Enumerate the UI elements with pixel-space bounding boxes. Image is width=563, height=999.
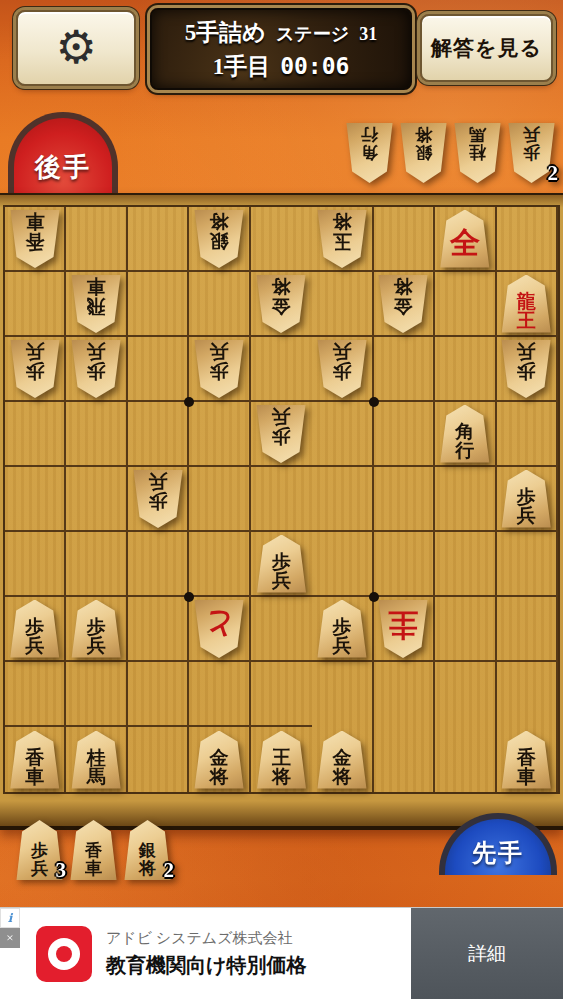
puzzle-info-row-bottom: 1手目 00:06 — [162, 51, 400, 82]
adobe-logo — [36, 926, 92, 982]
piece-kanji: 歩 — [210, 361, 229, 380]
puzzle-info-row-top: 5手詰め ステージ 31 — [162, 17, 400, 48]
board-cell[interactable]: 金将 — [374, 272, 435, 337]
board-cell[interactable] — [435, 727, 496, 792]
hand-piece-count: 2 — [164, 858, 175, 883]
piece-tile: 桂馬 — [454, 123, 501, 183]
piece-kanji: 兵 — [517, 506, 536, 525]
board-cell[interactable]: 歩兵 — [5, 337, 66, 402]
board-cell[interactable]: 香車 — [5, 207, 66, 272]
piece-kanji: 将 — [394, 277, 413, 296]
piece-tile: 龍王 — [501, 275, 551, 333]
piece-tile: 歩兵 — [10, 340, 60, 398]
show-answer-button[interactable]: 解答を見る — [420, 14, 553, 82]
piece-kanji: 将 — [210, 767, 229, 786]
board-cell[interactable] — [497, 662, 558, 727]
piece-kanji: 将 — [272, 767, 291, 786]
piece-tile: 歩兵 — [256, 405, 306, 463]
timer: 00:06 — [280, 53, 349, 79]
board-cell[interactable] — [66, 207, 127, 272]
piece-kanji: 兵 — [31, 860, 48, 877]
piece-tile: 角行 — [440, 405, 490, 463]
board-cell[interactable] — [374, 532, 435, 597]
board-cell[interactable] — [374, 727, 435, 792]
piece-tile: 歩兵 — [10, 600, 60, 658]
piece-kanji: 馬 — [87, 767, 106, 786]
piece-kinsho-gold[interactable]: 金将 — [378, 275, 428, 333]
board-cell[interactable] — [312, 272, 373, 337]
piece-kanji: 歩 — [87, 361, 106, 380]
piece-ginsho-silver[interactable]: 銀将 — [194, 210, 244, 268]
piece-tile: 歩兵 — [317, 340, 367, 398]
board-cell[interactable] — [251, 337, 312, 402]
piece-kanji: 兵 — [87, 342, 106, 361]
piece-kanji: 歩 — [332, 361, 351, 380]
piece-tile: 飛車 — [71, 275, 121, 333]
sente-label: 先手 — [472, 837, 524, 869]
board-cell[interactable] — [497, 402, 558, 467]
piece-tile: 桂馬 — [71, 731, 121, 789]
stage-number: 31 — [359, 24, 377, 45]
board-cell[interactable] — [374, 337, 435, 402]
board-cell[interactable]: 圭 — [374, 597, 435, 662]
ad-text-block: アドビ システムズ株式会社 教育機関向け特別価格 — [106, 929, 306, 979]
board-cell[interactable]: 金将 — [189, 727, 250, 792]
ad-advertiser: アドビ システムズ株式会社 — [106, 929, 306, 948]
piece-kanji: 全 — [450, 228, 480, 266]
piece-kanji: 銀 — [210, 231, 229, 250]
piece-kanji: 香 — [25, 231, 44, 250]
ad-banner: i × アドビ システムズ株式会社 教育機関向け特別価格 詳細 — [0, 907, 563, 999]
shogi-app: ⚙ 5手詰め ステージ 31 1手目 00:06 解答を見る 後手 角行銀将桂馬… — [0, 0, 563, 999]
board-cell[interactable]: 歩兵 — [497, 337, 558, 402]
piece-tile: 王将 — [256, 731, 306, 789]
gote-player-badge: 後手 — [8, 112, 118, 193]
piece-kanji: 玉 — [332, 231, 351, 250]
hand-piece-fuhyo-pawn[interactable]: 歩兵3 — [16, 820, 63, 880]
board-cell[interactable] — [312, 402, 373, 467]
board-cell[interactable]: 全 — [435, 207, 496, 272]
board-cell[interactable] — [435, 272, 496, 337]
piece-kanji: 歩 — [148, 491, 167, 510]
board-cell[interactable] — [251, 662, 312, 727]
board-cell[interactable]: 歩兵 — [66, 337, 127, 402]
board-cell[interactable] — [5, 272, 66, 337]
piece-kanji: 車 — [87, 277, 106, 296]
piece-kinsho-gold[interactable]: 金将 — [317, 731, 367, 789]
piece-kanji: 将 — [210, 212, 229, 231]
board-cell[interactable]: 金将 — [312, 727, 373, 792]
board-cell[interactable] — [189, 402, 250, 467]
board-cell[interactable] — [497, 207, 558, 272]
board-cell[interactable]: 歩兵 — [5, 597, 66, 662]
board-cell[interactable] — [435, 597, 496, 662]
board-cell[interactable] — [189, 532, 250, 597]
piece-kanji: 兵 — [272, 407, 291, 426]
board-cell[interactable] — [189, 662, 250, 727]
piece-fuhyo-pawn[interactable]: 歩兵 — [317, 600, 367, 658]
hand-piece-ginsho-silver[interactable]: 銀将 — [400, 123, 447, 183]
shogi-board-frame: 香車銀将玉将全飛車金将金将龍王歩兵歩兵歩兵歩兵歩兵歩兵角行歩兵歩兵歩兵歩兵歩兵と… — [0, 193, 563, 830]
board-cell[interactable]: 歩兵 — [128, 467, 189, 532]
piece-fuhyo-pawn[interactable]: 歩兵 — [501, 470, 551, 528]
piece-kanji: 角 — [361, 143, 378, 160]
piece-tile: 圭 — [378, 600, 428, 658]
piece-tile: 香車 — [10, 210, 60, 268]
piece-tile: 金将 — [317, 731, 367, 789]
hand-piece-ginsho-silver[interactable]: 銀将2 — [124, 820, 171, 880]
board-cell[interactable]: 角行 — [435, 402, 496, 467]
piece-fuhyo-pawn[interactable]: 歩兵 — [501, 340, 551, 398]
piece-kanji: 兵 — [25, 342, 44, 361]
move-counter: 1手目 — [213, 51, 271, 82]
piece-kanji: 車 — [517, 767, 536, 786]
hand-piece-keima-knight[interactable]: 桂馬 — [454, 123, 501, 183]
hand-piece-kyosha-lance[interactable]: 香車 — [70, 820, 117, 880]
hand-piece-kakugyo-bishop[interactable]: 角行 — [346, 123, 393, 183]
puzzle-info-panel: 5手詰め ステージ 31 1手目 00:06 — [150, 8, 412, 90]
piece-kanji: 兵 — [332, 636, 351, 655]
piece-kanji: と — [204, 602, 235, 640]
piece-kanji: 兵 — [272, 571, 291, 590]
piece-tile: 銀将 — [194, 210, 244, 268]
piece-kinsho-gold[interactable]: 金将 — [256, 275, 306, 333]
piece-kanji: 兵 — [148, 472, 167, 491]
board-cell[interactable]: 歩兵 — [312, 597, 373, 662]
board-cell[interactable]: 歩兵 — [312, 337, 373, 402]
board-cell[interactable] — [128, 597, 189, 662]
piece-kanji: 兵 — [332, 342, 351, 361]
board-cell[interactable] — [189, 272, 250, 337]
piece-tile: 歩兵 — [71, 340, 121, 398]
piece-fuhyo-pawn[interactable]: 歩兵 — [10, 340, 60, 398]
board-cell[interactable] — [435, 662, 496, 727]
hand-piece-fuhyo-pawn[interactable]: 歩兵2 — [508, 123, 555, 183]
ad-detail-label: 詳細 — [468, 941, 506, 967]
ad-detail-button[interactable]: 詳細 — [411, 908, 563, 999]
piece-kanji: 歩 — [25, 361, 44, 380]
board-cell[interactable] — [251, 467, 312, 532]
board-cell[interactable]: 歩兵 — [497, 467, 558, 532]
board-cell[interactable] — [128, 727, 189, 792]
board-cell[interactable]: 飛車 — [66, 272, 127, 337]
piece-kanji: 飛 — [87, 296, 106, 315]
piece-hisha-rook[interactable]: 飛車 — [71, 275, 121, 333]
piece-gyokusho-king[interactable]: 玉将 — [317, 210, 367, 268]
piece-tile: 角行 — [346, 123, 393, 183]
board-cell[interactable] — [497, 532, 558, 597]
board-cell[interactable]: 金将 — [251, 272, 312, 337]
piece-kanji: 歩 — [272, 426, 291, 445]
piece-kanji: 将 — [415, 126, 432, 143]
piece-tile: 銀将 — [400, 123, 447, 183]
piece-tile: 金将 — [194, 731, 244, 789]
board-cell[interactable]: 歩兵 — [66, 597, 127, 662]
ad-close-icon[interactable]: × — [0, 928, 20, 948]
board-cell[interactable] — [128, 662, 189, 727]
board-cell[interactable] — [374, 467, 435, 532]
board-cell[interactable]: 銀将 — [189, 207, 250, 272]
piece-kyosha-lance[interactable]: 香車 — [501, 731, 551, 789]
piece-kanji: 兵 — [25, 636, 44, 655]
piece-ryuo-dragon[interactable]: 龍王 — [501, 275, 551, 333]
board-cell[interactable] — [128, 272, 189, 337]
piece-kanji: 行 — [361, 126, 378, 143]
board-cell[interactable]: と — [189, 597, 250, 662]
piece-tile: と — [194, 600, 244, 658]
piece-narigin-promoted-silver[interactable]: 全 — [440, 210, 490, 268]
piece-fuhyo-pawn[interactable]: 歩兵 — [256, 535, 306, 593]
settings-button[interactable]: ⚙ — [16, 10, 136, 86]
board-cell[interactable] — [66, 662, 127, 727]
piece-tile: 金将 — [378, 275, 428, 333]
piece-kanji: 将 — [272, 277, 291, 296]
piece-narikei-promoted-knight[interactable]: 圭 — [378, 600, 428, 658]
piece-kanji: 銀 — [415, 143, 432, 160]
board-cell[interactable] — [128, 207, 189, 272]
piece-kanji: 兵 — [210, 342, 229, 361]
piece-kakugyo-bishop[interactable]: 角行 — [440, 405, 490, 463]
board-cell[interactable] — [497, 597, 558, 662]
board-cell[interactable] — [66, 402, 127, 467]
board-cell[interactable]: 龍王 — [497, 272, 558, 337]
board-cell[interactable] — [128, 532, 189, 597]
piece-kanji: 車 — [25, 212, 44, 231]
piece-kanji: 金 — [394, 296, 413, 315]
piece-kanji: 兵 — [87, 636, 106, 655]
piece-tile: 歩兵 — [194, 340, 244, 398]
piece-tile: 歩兵 — [71, 600, 121, 658]
piece-kanji: 桂 — [469, 143, 486, 160]
board-cell[interactable] — [374, 207, 435, 272]
piece-tile: 全 — [440, 210, 490, 268]
board-cell[interactable]: 歩兵 — [251, 532, 312, 597]
piece-kanji: 歩 — [517, 361, 536, 380]
ad-controls: i × — [0, 908, 20, 948]
piece-fuhyo-pawn[interactable]: 歩兵 — [133, 470, 183, 528]
gote-hand-tray: 角行銀将桂馬歩兵2 — [346, 123, 555, 183]
piece-kanji: 歩 — [523, 143, 540, 160]
piece-kanji: 馬 — [469, 126, 486, 143]
piece-fuhyo-pawn[interactable]: 歩兵 — [256, 405, 306, 463]
board-cell[interactable] — [251, 597, 312, 662]
piece-kanji: 将 — [139, 860, 156, 877]
piece-tile: 歩兵 — [133, 470, 183, 528]
hand-piece-count: 3 — [56, 858, 67, 883]
piece-kanji: 金 — [272, 296, 291, 315]
board-cell[interactable] — [5, 402, 66, 467]
board-cell[interactable] — [312, 662, 373, 727]
piece-kyosha-lance[interactable]: 香車 — [10, 731, 60, 789]
piece-fuhyo-pawn[interactable]: 歩兵 — [194, 340, 244, 398]
piece-kinsho-gold[interactable]: 金将 — [194, 731, 244, 789]
board-cell[interactable] — [374, 402, 435, 467]
board-cell[interactable] — [66, 532, 127, 597]
piece-kanji: 兵 — [523, 126, 540, 143]
board-cell[interactable] — [5, 532, 66, 597]
piece-tile: 歩兵 — [256, 535, 306, 593]
piece-osho-king[interactable]: 王将 — [256, 731, 306, 789]
piece-kanji: 車 — [25, 767, 44, 786]
piece-kanji: 王 — [517, 311, 536, 330]
piece-kanji: 将 — [332, 767, 351, 786]
stage-label: ステージ — [276, 22, 349, 46]
piece-tile: 金将 — [256, 275, 306, 333]
board-cell[interactable] — [5, 467, 66, 532]
hand-piece-count: 2 — [548, 161, 559, 186]
piece-tile: 香車 — [70, 820, 117, 880]
piece-tile: 香車 — [501, 731, 551, 789]
piece-tile: 香車 — [10, 731, 60, 789]
board-cell[interactable] — [128, 402, 189, 467]
board-cell[interactable] — [128, 337, 189, 402]
piece-tile: 玉将 — [317, 210, 367, 268]
board-cell[interactable] — [5, 662, 66, 727]
piece-keima-knight[interactable]: 桂馬 — [71, 731, 121, 789]
board-cell[interactable]: 歩兵 — [189, 337, 250, 402]
board-cell[interactable]: 香車 — [497, 727, 558, 792]
piece-kanji: 車 — [85, 860, 102, 877]
piece-tile: 歩兵 — [501, 470, 551, 528]
board-cell[interactable]: 王将 — [251, 727, 312, 792]
piece-fuhyo-pawn[interactable]: 歩兵 — [71, 600, 121, 658]
board-cell[interactable]: 桂馬 — [66, 727, 127, 792]
piece-fuhyo-pawn[interactable]: 歩兵 — [10, 600, 60, 658]
board-cell[interactable] — [312, 532, 373, 597]
ad-info-icon[interactable]: i — [0, 908, 20, 928]
board-grid: 香車銀将玉将全飛車金将金将龍王歩兵歩兵歩兵歩兵歩兵歩兵角行歩兵歩兵歩兵歩兵歩兵と… — [3, 205, 560, 794]
board-cell[interactable] — [312, 467, 373, 532]
piece-kyosha-lance[interactable]: 香車 — [10, 210, 60, 268]
board-cell[interactable] — [189, 467, 250, 532]
piece-fuhyo-pawn[interactable]: 歩兵 — [317, 340, 367, 398]
piece-tile: 歩兵 — [317, 600, 367, 658]
show-answer-label: 解答を見る — [431, 34, 542, 62]
board-cell[interactable] — [251, 207, 312, 272]
board-cell[interactable]: 玉将 — [312, 207, 373, 272]
board-cell[interactable] — [66, 467, 127, 532]
puzzle-type-label: 5手詰め — [185, 17, 266, 48]
piece-kanji: 将 — [332, 212, 351, 231]
board-cell[interactable]: 歩兵 — [251, 402, 312, 467]
piece-fuhyo-pawn[interactable]: 歩兵 — [71, 340, 121, 398]
board-cell[interactable] — [435, 532, 496, 597]
board-cell[interactable] — [435, 337, 496, 402]
board-cell[interactable] — [435, 467, 496, 532]
board-cell[interactable]: 香車 — [5, 727, 66, 792]
ad-headline: 教育機関向け特別価格 — [106, 952, 306, 979]
piece-tile: 歩兵 — [501, 340, 551, 398]
piece-kanji: 圭 — [388, 602, 418, 640]
piece-tokin-promoted-pawn[interactable]: と — [194, 600, 244, 658]
gear-icon: ⚙ — [55, 25, 96, 71]
gote-label: 後手 — [35, 150, 91, 185]
piece-kanji: 行 — [455, 441, 474, 460]
piece-kanji: 兵 — [517, 342, 536, 361]
sente-hand-tray: 歩兵3香車銀将2 — [16, 820, 171, 880]
board-cell[interactable] — [374, 662, 435, 727]
